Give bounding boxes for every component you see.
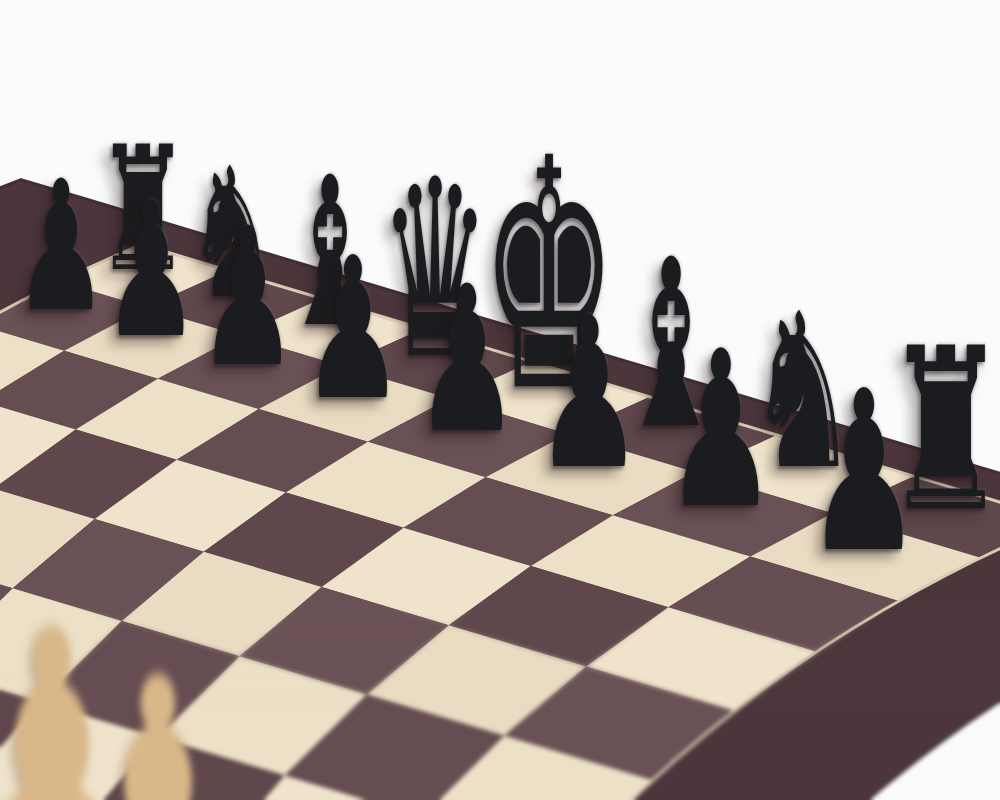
black-pawn-f7: ♟ xyxy=(535,290,643,498)
black-pawn-b7: ♟ xyxy=(103,178,200,364)
white-pawn-f2: ♟ xyxy=(60,629,257,800)
black-pawn-c7: ♟ xyxy=(199,203,298,394)
black-pawn-e7: ♟ xyxy=(414,259,519,461)
black-pawn-a7: ♟ xyxy=(14,157,108,337)
pieces-layer: ♜♞♝♛♚♝♞♜♟♟♟♟♟♟♟♟♟♟ xyxy=(0,0,1000,800)
black-pawn-h7: ♟ xyxy=(806,361,921,583)
black-pawn-g7: ♟ xyxy=(665,323,777,539)
black-pawn-d7: ♟ xyxy=(302,230,404,426)
chess-photo-stage: ♜♞♝♛♚♝♞♜♟♟♟♟♟♟♟♟♟♟ xyxy=(0,0,1000,800)
